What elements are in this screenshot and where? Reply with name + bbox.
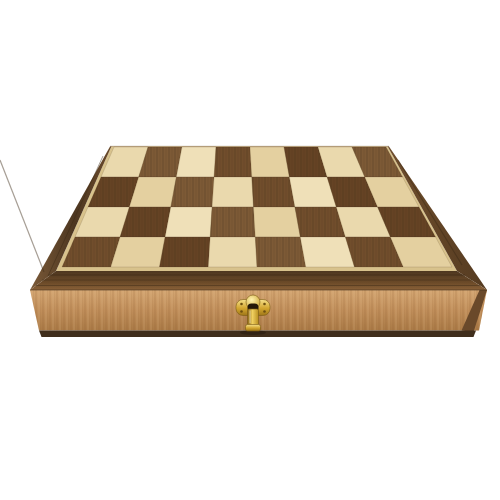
- checker-square: [254, 207, 301, 237]
- clasp-hook: [248, 309, 259, 326]
- checker-square-grain: [214, 147, 252, 177]
- checker-square: [212, 177, 253, 207]
- clasp-screw: [240, 310, 243, 313]
- checker-square: [300, 237, 354, 267]
- product-photo: [0, 0, 500, 500]
- checker-square: [111, 237, 165, 267]
- checker-square: [208, 237, 257, 267]
- checker-square-grain: [210, 207, 255, 237]
- chess-box: [0, 0, 500, 500]
- checker-square-grain: [255, 237, 305, 267]
- checker-square-grain: [160, 237, 211, 267]
- clasp-screw: [240, 303, 243, 306]
- checker-square-grain: [171, 177, 214, 207]
- checker-square: [165, 207, 212, 237]
- checkerboard: [62, 147, 452, 267]
- clasp-hook-lip: [246, 325, 261, 332]
- checker-square: [250, 147, 289, 177]
- clasp-screw: [263, 303, 266, 306]
- checker-square-grain: [252, 177, 295, 207]
- board-top-face: [0, 146, 487, 290]
- clasp-screw: [263, 310, 266, 313]
- checker-square: [176, 147, 216, 177]
